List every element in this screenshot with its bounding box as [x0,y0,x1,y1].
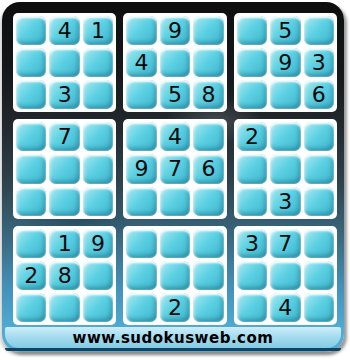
sudoku-box-1: 413 [13,13,116,112]
cell-r9c4[interactable] [126,293,156,322]
cell-r8c4[interactable] [126,261,156,290]
cell-r6c1[interactable] [16,187,46,216]
sudoku-box-8: 2 [123,226,226,325]
cell-r1c5[interactable]: 9 [160,16,190,45]
cell-r6c3[interactable] [83,187,113,216]
cell-r7c8[interactable]: 7 [270,229,300,258]
cell-r6c5[interactable] [160,187,190,216]
sudoku-box-3: 5936 [234,13,337,112]
cell-r8c5[interactable] [160,261,190,290]
cell-r3c1[interactable] [16,80,46,109]
sudoku-screenshot: 41394585936749762319282374 www.sudokuswe… [0,0,350,360]
cell-r3c5[interactable]: 5 [160,80,190,109]
cell-r9c7[interactable] [237,293,267,322]
cell-r5c3[interactable] [83,154,113,183]
cell-r7c1[interactable] [16,229,46,258]
cell-r5c1[interactable] [16,154,46,183]
cell-r7c3[interactable]: 9 [83,229,113,258]
website-text: www.sudokusweb.com [73,329,274,347]
sudoku-box-5: 4976 [123,119,226,218]
cell-r1c9[interactable] [304,16,334,45]
cell-r5c7[interactable] [237,154,267,183]
cell-r2c7[interactable] [237,48,267,77]
cell-r8c9[interactable] [304,261,334,290]
cell-r7c5[interactable] [160,229,190,258]
cell-r5c8[interactable] [270,154,300,183]
cell-r1c1[interactable] [16,16,46,45]
cell-r8c6[interactable] [193,261,223,290]
cell-r9c8[interactable]: 4 [270,293,300,322]
cell-r3c8[interactable] [270,80,300,109]
cell-r8c2[interactable]: 8 [49,261,79,290]
cell-r1c8[interactable]: 5 [270,16,300,45]
cell-r2c4[interactable]: 4 [126,48,156,77]
cell-r9c1[interactable] [16,293,46,322]
cell-r1c3[interactable]: 1 [83,16,113,45]
cell-r7c6[interactable] [193,229,223,258]
cell-r4c9[interactable] [304,122,334,151]
frame-bottom-line [5,348,341,351]
cell-r1c7[interactable] [237,16,267,45]
cell-r2c1[interactable] [16,48,46,77]
cell-r8c7[interactable] [237,261,267,290]
cell-r5c9[interactable] [304,154,334,183]
cell-r7c9[interactable] [304,229,334,258]
sudoku-board: 41394585936749762319282374 [13,13,337,325]
board-frame: 41394585936749762319282374 www.sudokuswe… [2,2,344,352]
cell-r1c4[interactable] [126,16,156,45]
cell-r6c2[interactable] [49,187,79,216]
cell-r9c3[interactable] [83,293,113,322]
cell-r2c6[interactable] [193,48,223,77]
cell-r3c4[interactable] [126,80,156,109]
cell-r1c2[interactable]: 4 [49,16,79,45]
cell-r2c3[interactable] [83,48,113,77]
cell-r3c2[interactable]: 3 [49,80,79,109]
cell-r4c2[interactable]: 7 [49,122,79,151]
cell-r2c5[interactable] [160,48,190,77]
sudoku-box-4: 7 [13,119,116,218]
cell-r2c2[interactable] [49,48,79,77]
cell-r2c8[interactable]: 9 [270,48,300,77]
sudoku-box-7: 1928 [13,226,116,325]
cell-r9c5[interactable]: 2 [160,293,190,322]
cell-r6c6[interactable] [193,187,223,216]
cell-r4c7[interactable]: 2 [237,122,267,151]
cell-r6c8[interactable]: 3 [270,187,300,216]
cell-r7c4[interactable] [126,229,156,258]
cell-r4c5[interactable]: 4 [160,122,190,151]
cell-r2c9[interactable]: 3 [304,48,334,77]
cell-r5c5[interactable]: 7 [160,154,190,183]
cell-r8c1[interactable]: 2 [16,261,46,290]
cell-r4c6[interactable] [193,122,223,151]
sudoku-box-6: 23 [234,119,337,218]
cell-r1c6[interactable] [193,16,223,45]
cell-r4c4[interactable] [126,122,156,151]
cell-r7c2[interactable]: 1 [49,229,79,258]
cell-r6c9[interactable] [304,187,334,216]
cell-r7c7[interactable]: 3 [237,229,267,258]
cell-r3c9[interactable]: 6 [304,80,334,109]
cell-r6c4[interactable] [126,187,156,216]
cell-r8c8[interactable] [270,261,300,290]
cell-r3c3[interactable] [83,80,113,109]
cell-r3c7[interactable] [237,80,267,109]
sudoku-box-9: 374 [234,226,337,325]
cell-r9c6[interactable] [193,293,223,322]
cell-r4c8[interactable] [270,122,300,151]
cell-r9c9[interactable] [304,293,334,322]
cell-r5c2[interactable] [49,154,79,183]
sudoku-box-2: 9458 [123,13,226,112]
cell-r9c2[interactable] [49,293,79,322]
cell-r3c6[interactable]: 8 [193,80,223,109]
cell-r8c3[interactable] [83,261,113,290]
cell-r4c3[interactable] [83,122,113,151]
cell-r6c7[interactable] [237,187,267,216]
cell-r4c1[interactable] [16,122,46,151]
footer-band: www.sudokusweb.com [5,327,341,348]
cell-r5c4[interactable]: 9 [126,154,156,183]
cell-r5c6[interactable]: 6 [193,154,223,183]
